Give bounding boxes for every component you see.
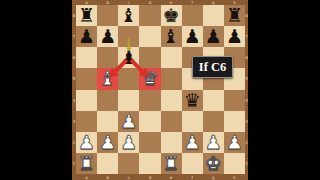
square-c3[interactable]: ♟ <box>118 111 139 132</box>
square-d6[interactable] <box>139 47 160 68</box>
rank-labels-right: 87654321 <box>245 5 248 174</box>
square-b1[interactable] <box>97 153 118 174</box>
black-pawn-h7: ♟ <box>226 26 243 47</box>
square-f2[interactable]: ♟ <box>182 132 203 153</box>
coordinate-label: 8 <box>245 5 248 26</box>
square-d8[interactable] <box>139 5 160 26</box>
white-bishop-b5: ♝ <box>99 68 116 89</box>
square-a1[interactable]: ♜ <box>76 153 97 174</box>
square-d7[interactable] <box>139 26 160 47</box>
square-e8[interactable]: ♚ <box>161 5 182 26</box>
black-pawn-b7: ♟ <box>99 26 116 47</box>
chess-board: abcdefgh abcdefgh 87654321 87654321 ♜♝♚♜… <box>72 0 248 180</box>
file-labels-bottom: abcdefgh <box>76 175 245 180</box>
square-a3[interactable] <box>76 111 97 132</box>
coordinate-label: 6 <box>245 47 248 68</box>
coordinate-label: h <box>224 175 245 180</box>
white-pawn-a2: ♟ <box>78 132 95 153</box>
square-a5[interactable] <box>76 68 97 89</box>
white-pawn-h2: ♟ <box>226 132 243 153</box>
black-bishop-c8: ♝ <box>120 5 137 26</box>
square-d4[interactable] <box>139 90 160 111</box>
square-c1[interactable] <box>118 153 139 174</box>
square-h7[interactable]: ♟ <box>224 26 245 47</box>
coordinate-label: 3 <box>245 111 248 132</box>
black-bishop-e7: ♝ <box>163 26 180 47</box>
square-d5[interactable]: ♛ <box>139 68 160 89</box>
black-pawn-f7: ♟ <box>184 26 201 47</box>
square-h2[interactable]: ♟ <box>224 132 245 153</box>
square-b5[interactable]: ♝ <box>97 68 118 89</box>
coordinate-label: 5 <box>245 68 248 89</box>
white-pawn-c2: ♟ <box>120 132 137 153</box>
square-f3[interactable] <box>182 111 203 132</box>
white-rook-e1: ♜ <box>163 153 180 174</box>
white-pawn-f2: ♟ <box>184 132 201 153</box>
coordinate-label: 7 <box>245 26 248 47</box>
coordinate-label: 2 <box>245 132 248 153</box>
white-pawn-b2: ♟ <box>99 132 116 153</box>
square-g8[interactable] <box>203 5 224 26</box>
square-f7[interactable]: ♟ <box>182 26 203 47</box>
square-a7[interactable]: ♟ <box>76 26 97 47</box>
square-h3[interactable] <box>224 111 245 132</box>
square-g2[interactable]: ♟ <box>203 132 224 153</box>
square-g7[interactable]: ♟ <box>203 26 224 47</box>
coordinate-label: g <box>203 175 224 180</box>
white-pawn-g2: ♟ <box>205 132 222 153</box>
square-d1[interactable] <box>139 153 160 174</box>
square-b4[interactable] <box>97 90 118 111</box>
square-d2[interactable] <box>139 132 160 153</box>
square-e7[interactable]: ♝ <box>161 26 182 47</box>
black-pawn-g7: ♟ <box>205 26 222 47</box>
square-e2[interactable] <box>161 132 182 153</box>
coordinate-label: b <box>97 175 118 180</box>
black-pawn-c6: ♟ <box>120 47 137 68</box>
square-g3[interactable] <box>203 111 224 132</box>
square-e4[interactable] <box>161 90 182 111</box>
white-rook-a1: ♜ <box>78 153 95 174</box>
square-e1[interactable]: ♜ <box>161 153 182 174</box>
square-a4[interactable] <box>76 90 97 111</box>
white-king-g1: ♚ <box>205 153 222 174</box>
square-f8[interactable] <box>182 5 203 26</box>
square-a8[interactable]: ♜ <box>76 5 97 26</box>
board-squares: ♜♝♚♜♟♟♝♟♟♟♟♝♛♛♟♟♟♟♟♟♟♜♜♚ <box>76 5 245 174</box>
move-annotation-label: If C6 <box>192 56 233 78</box>
black-rook-h8: ♜ <box>226 5 243 26</box>
coordinate-label: 4 <box>245 90 248 111</box>
square-b2[interactable]: ♟ <box>97 132 118 153</box>
black-king-e8: ♚ <box>163 5 180 26</box>
square-c7[interactable] <box>118 26 139 47</box>
square-h4[interactable] <box>224 90 245 111</box>
coordinate-label: a <box>76 175 97 180</box>
square-e5[interactable] <box>161 68 182 89</box>
coordinate-label: c <box>118 175 139 180</box>
coordinate-label: e <box>161 175 182 180</box>
square-c6[interactable]: ♟ <box>118 47 139 68</box>
square-e3[interactable] <box>161 111 182 132</box>
black-pawn-a7: ♟ <box>78 26 95 47</box>
coordinate-label: f <box>182 175 203 180</box>
coordinate-label: d <box>139 175 160 180</box>
square-e6[interactable] <box>161 47 182 68</box>
square-h8[interactable]: ♜ <box>224 5 245 26</box>
square-c2[interactable]: ♟ <box>118 132 139 153</box>
square-h1[interactable] <box>224 153 245 174</box>
square-d3[interactable] <box>139 111 160 132</box>
square-b8[interactable] <box>97 5 118 26</box>
square-g4[interactable] <box>203 90 224 111</box>
white-queen-d5: ♛ <box>141 68 158 89</box>
video-frame: abcdefgh abcdefgh 87654321 87654321 ♜♝♚♜… <box>0 0 320 180</box>
coordinate-label: 1 <box>245 153 248 174</box>
square-c5[interactable] <box>118 68 139 89</box>
black-rook-a8: ♜ <box>78 5 95 26</box>
square-a6[interactable] <box>76 47 97 68</box>
square-g1[interactable]: ♚ <box>203 153 224 174</box>
white-pawn-c3: ♟ <box>120 111 137 132</box>
square-f1[interactable] <box>182 153 203 174</box>
square-a2[interactable]: ♟ <box>76 132 97 153</box>
square-f4[interactable]: ♛ <box>182 90 203 111</box>
square-c4[interactable] <box>118 90 139 111</box>
square-b6[interactable] <box>97 47 118 68</box>
square-c8[interactable]: ♝ <box>118 5 139 26</box>
square-b7[interactable]: ♟ <box>97 26 118 47</box>
black-queen-f4: ♛ <box>184 90 201 111</box>
square-b3[interactable] <box>97 111 118 132</box>
